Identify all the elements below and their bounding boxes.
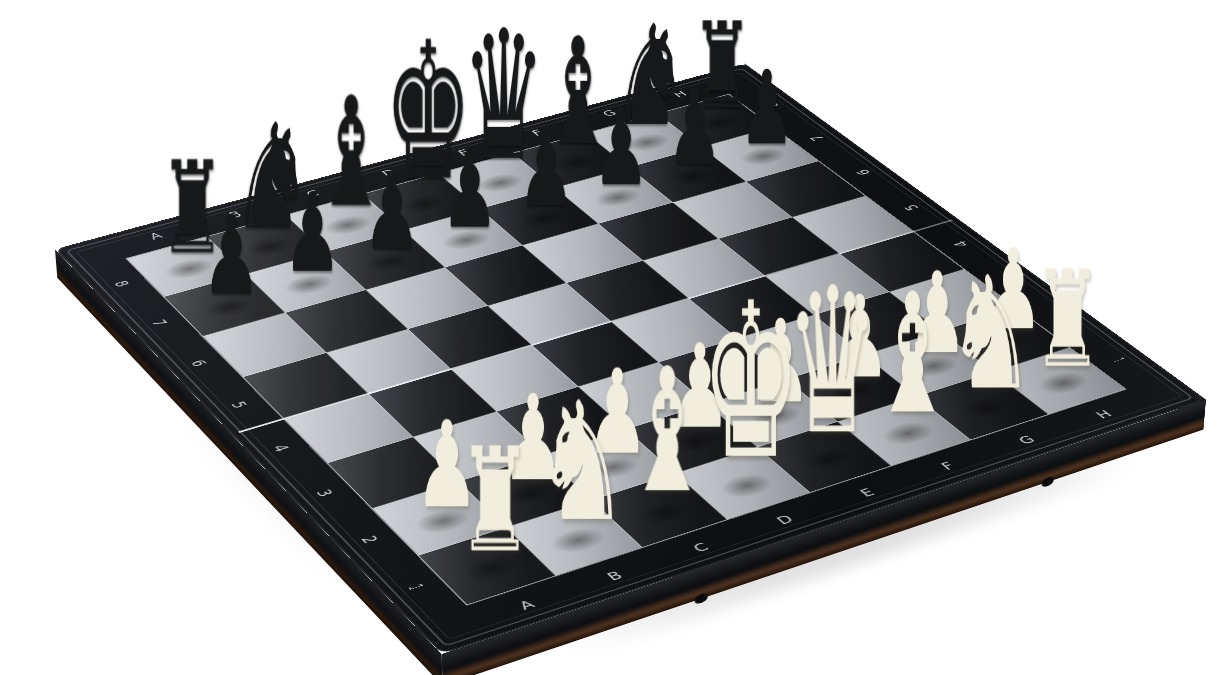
coordinate-label: 3 xyxy=(270,469,379,518)
square-d5[interactable] xyxy=(488,283,612,346)
square-d6[interactable] xyxy=(445,245,566,305)
photo-scene: ABCDEFGH ABCDEFGH 87654321 87654321 ♜♞♝♚… xyxy=(0,0,1230,675)
square-c6[interactable] xyxy=(366,267,488,329)
square-e6[interactable] xyxy=(523,224,644,283)
coordinate-label: 6 xyxy=(147,342,250,386)
square-b5[interactable] xyxy=(327,329,452,394)
square-e5[interactable] xyxy=(567,261,690,322)
board-frame: ABCDEFGH ABCDEFGH 87654321 87654321 ♜♞♝♚… xyxy=(55,64,1206,654)
coordinate-label: 4 xyxy=(228,425,335,472)
black-pawn-a7[interactable]: ♟ xyxy=(159,201,302,310)
chess-board: ABCDEFGH ABCDEFGH 87654321 87654321 ♜♞♝♚… xyxy=(55,64,1206,654)
coordinate-label: 6 xyxy=(816,154,910,191)
piece-layer: ♜♞♝♚♛♝♞♜♟♟♟♟♟♟♟♟♟♟♟♟♟♟♟♟♜♞♝♚♛♝♞♜ xyxy=(127,95,1124,605)
square-c5[interactable] xyxy=(408,306,532,370)
white-rook-a1[interactable]: ♜ xyxy=(417,429,571,573)
